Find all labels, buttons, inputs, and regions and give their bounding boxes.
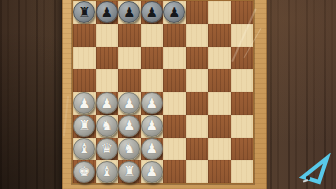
chess-board: ♜♟♟♟♟♟♟♟♟♜♞♟♟♝♛♞♟♚♝♜♟ bbox=[72, 0, 254, 184]
square-a4[interactable]: ♟ bbox=[73, 92, 96, 115]
square-f2[interactable] bbox=[186, 138, 209, 161]
square-b8[interactable]: ♟ bbox=[96, 1, 119, 24]
square-b5[interactable] bbox=[96, 69, 119, 92]
square-h1[interactable] bbox=[231, 160, 254, 183]
chess-board-frame: ♜♟♟♟♟♟♟♟♟♜♞♟♟♝♛♞♟♚♝♜♟ bbox=[62, 0, 267, 189]
square-d2[interactable]: ♟ bbox=[141, 138, 164, 161]
piece-glyph: ♝ bbox=[78, 142, 90, 156]
piece-glyph: ♟ bbox=[168, 5, 180, 19]
square-g2[interactable] bbox=[208, 138, 231, 161]
square-e1[interactable] bbox=[163, 160, 186, 183]
square-f7[interactable] bbox=[186, 24, 209, 47]
square-f8[interactable] bbox=[186, 1, 209, 24]
square-h5[interactable] bbox=[231, 69, 254, 92]
piece-glyph: ♜ bbox=[123, 164, 135, 178]
piece-glyph: ♟ bbox=[123, 119, 135, 133]
square-h4[interactable] bbox=[231, 92, 254, 115]
piece-glyph: ♜ bbox=[78, 5, 90, 19]
paper-plane-logo-icon bbox=[297, 153, 333, 187]
square-f4[interactable] bbox=[186, 92, 209, 115]
piece-glyph: ♟ bbox=[146, 164, 158, 178]
white-pawn-c4[interactable]: ♟ bbox=[118, 92, 140, 114]
piece-glyph: ♟ bbox=[146, 142, 158, 156]
piece-glyph: ♞ bbox=[101, 119, 113, 133]
white-pawn-c3[interactable]: ♟ bbox=[118, 115, 140, 137]
piece-glyph: ♟ bbox=[101, 96, 113, 110]
square-c7[interactable] bbox=[118, 24, 141, 47]
square-e4[interactable] bbox=[163, 92, 186, 115]
square-b3[interactable]: ♞ bbox=[96, 115, 119, 138]
square-a1[interactable]: ♚ bbox=[73, 160, 96, 183]
black-pawn-b8[interactable]: ♟ bbox=[96, 1, 118, 23]
square-h3[interactable] bbox=[231, 115, 254, 138]
square-f6[interactable] bbox=[186, 47, 209, 70]
square-g5[interactable] bbox=[208, 69, 231, 92]
square-c8[interactable]: ♟ bbox=[118, 1, 141, 24]
piece-glyph: ♟ bbox=[123, 96, 135, 110]
square-d5[interactable] bbox=[141, 69, 164, 92]
square-b6[interactable] bbox=[96, 47, 119, 70]
square-e5[interactable] bbox=[163, 69, 186, 92]
square-h6[interactable] bbox=[231, 47, 254, 70]
square-e6[interactable] bbox=[163, 47, 186, 70]
piece-glyph: ♟ bbox=[146, 5, 158, 19]
square-d4[interactable]: ♟ bbox=[141, 92, 164, 115]
black-pawn-c8[interactable]: ♟ bbox=[118, 1, 140, 23]
square-c2[interactable]: ♞ bbox=[118, 138, 141, 161]
table-background: ♜♟♟♟♟♟♟♟♟♜♞♟♟♝♛♞♟♚♝♜♟ bbox=[0, 0, 336, 189]
square-h7[interactable] bbox=[231, 24, 254, 47]
square-b4[interactable]: ♟ bbox=[96, 92, 119, 115]
square-a2[interactable]: ♝ bbox=[73, 138, 96, 161]
square-g8[interactable] bbox=[208, 1, 231, 24]
piece-glyph: ♚ bbox=[78, 164, 90, 178]
white-rook-c1[interactable]: ♜ bbox=[118, 161, 140, 183]
white-pawn-d4[interactable]: ♟ bbox=[141, 92, 163, 114]
square-b2[interactable]: ♛ bbox=[96, 138, 119, 161]
white-knight-b3[interactable]: ♞ bbox=[96, 115, 118, 137]
square-e2[interactable] bbox=[163, 138, 186, 161]
piece-glyph: ♝ bbox=[101, 164, 113, 178]
square-c3[interactable]: ♟ bbox=[118, 115, 141, 138]
black-pawn-d8[interactable]: ♟ bbox=[141, 1, 163, 23]
piece-glyph: ♞ bbox=[123, 142, 135, 156]
white-knight-c2[interactable]: ♞ bbox=[118, 138, 140, 160]
square-a7[interactable] bbox=[73, 24, 96, 47]
white-pawn-a4[interactable]: ♟ bbox=[73, 92, 95, 114]
piece-glyph: ♟ bbox=[146, 96, 158, 110]
square-h8[interactable] bbox=[231, 1, 254, 24]
piece-glyph: ♟ bbox=[123, 5, 135, 19]
square-f3[interactable] bbox=[186, 115, 209, 138]
square-a5[interactable] bbox=[73, 69, 96, 92]
square-g3[interactable] bbox=[208, 115, 231, 138]
black-rook-a8[interactable]: ♜ bbox=[73, 1, 95, 23]
piece-glyph: ♟ bbox=[101, 5, 113, 19]
black-pawn-e8[interactable]: ♟ bbox=[163, 1, 185, 23]
square-a6[interactable] bbox=[73, 47, 96, 70]
square-e3[interactable] bbox=[163, 115, 186, 138]
square-f5[interactable] bbox=[186, 69, 209, 92]
piece-glyph: ♛ bbox=[101, 142, 113, 156]
square-g7[interactable] bbox=[208, 24, 231, 47]
white-pawn-d2[interactable]: ♟ bbox=[141, 138, 163, 160]
square-d3[interactable]: ♟ bbox=[141, 115, 164, 138]
square-c5[interactable] bbox=[118, 69, 141, 92]
square-g6[interactable] bbox=[208, 47, 231, 70]
square-g4[interactable] bbox=[208, 92, 231, 115]
white-bishop-b1[interactable]: ♝ bbox=[96, 161, 118, 183]
square-f1[interactable] bbox=[186, 160, 209, 183]
piece-glyph: ♟ bbox=[78, 96, 90, 110]
piece-glyph: ♟ bbox=[146, 119, 158, 133]
square-a3[interactable]: ♜ bbox=[73, 115, 96, 138]
square-d8[interactable]: ♟ bbox=[141, 1, 164, 24]
square-d1[interactable]: ♟ bbox=[141, 160, 164, 183]
white-pawn-d1[interactable]: ♟ bbox=[141, 161, 163, 183]
square-c6[interactable] bbox=[118, 47, 141, 70]
square-b7[interactable] bbox=[96, 24, 119, 47]
white-pawn-d3[interactable]: ♟ bbox=[141, 115, 163, 137]
square-d7[interactable] bbox=[141, 24, 164, 47]
piece-glyph: ♜ bbox=[78, 119, 90, 133]
square-e7[interactable] bbox=[163, 24, 186, 47]
square-h2[interactable] bbox=[231, 138, 254, 161]
square-a8[interactable]: ♜ bbox=[73, 1, 96, 24]
square-d6[interactable] bbox=[141, 47, 164, 70]
white-queen-b2[interactable]: ♛ bbox=[96, 138, 118, 160]
square-c4[interactable]: ♟ bbox=[118, 92, 141, 115]
white-pawn-b4[interactable]: ♟ bbox=[96, 92, 118, 114]
square-g1[interactable] bbox=[208, 160, 231, 183]
white-bishop-a2[interactable]: ♝ bbox=[73, 138, 95, 160]
white-rook-a3[interactable]: ♜ bbox=[73, 115, 95, 137]
square-b1[interactable]: ♝ bbox=[96, 160, 119, 183]
white-king-a1[interactable]: ♚ bbox=[73, 161, 95, 183]
square-c1[interactable]: ♜ bbox=[118, 160, 141, 183]
square-e8[interactable]: ♟ bbox=[163, 1, 186, 24]
